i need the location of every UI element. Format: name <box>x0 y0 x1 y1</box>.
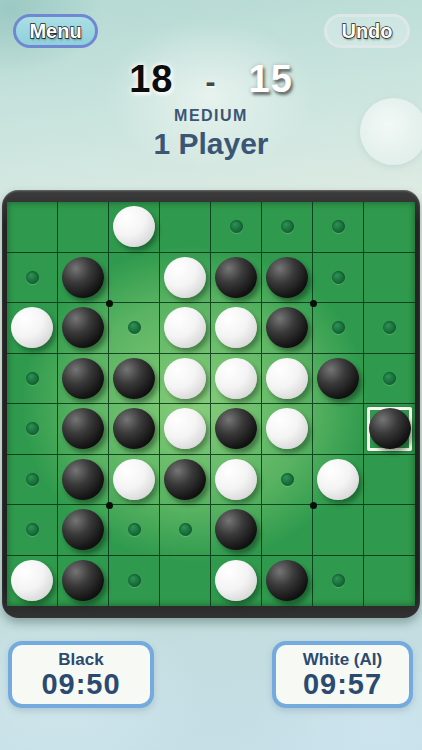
black-timer: Black 09:50 <box>8 641 154 708</box>
legal-move-dot <box>26 523 39 536</box>
legal-move-dot <box>230 220 243 233</box>
white-disc <box>164 307 206 348</box>
black-disc <box>266 257 308 298</box>
player-mode-label: 1 Player <box>0 127 422 161</box>
board-cell-h7[interactable] <box>364 505 415 556</box>
board-cell-b1[interactable] <box>58 202 109 253</box>
board-cell-a3[interactable] <box>7 303 58 354</box>
board-cell-f5[interactable] <box>262 404 313 455</box>
legal-move-dot <box>128 523 141 536</box>
white-disc <box>317 459 359 500</box>
white-disc <box>215 459 257 500</box>
black-disc <box>215 257 257 298</box>
board-cell-b4[interactable] <box>58 354 109 405</box>
board-cell-b7[interactable] <box>58 505 109 556</box>
black-disc <box>62 509 104 550</box>
black-disc <box>266 307 308 348</box>
black-disc <box>62 408 104 449</box>
white-disc <box>11 307 53 348</box>
board-cell-e6[interactable] <box>211 455 262 506</box>
board-cell-c1[interactable] <box>109 202 160 253</box>
board-cell-h8[interactable] <box>364 556 415 607</box>
white-disc <box>11 560 53 601</box>
board-star-dot <box>310 502 317 509</box>
legal-move-dot <box>281 473 294 486</box>
board-cell-d6[interactable] <box>160 455 211 506</box>
board-cell-c4[interactable] <box>109 354 160 405</box>
board-frame <box>2 190 420 618</box>
legal-move-dot <box>332 574 345 587</box>
board-cell-g7[interactable] <box>313 505 364 556</box>
board-grid <box>7 202 415 606</box>
white-disc <box>164 257 206 298</box>
black-disc <box>266 560 308 601</box>
black-disc <box>215 509 257 550</box>
undo-button[interactable]: Undo <box>324 14 410 48</box>
board-cell-f4[interactable] <box>262 354 313 405</box>
black-disc <box>317 358 359 399</box>
legal-move-dot <box>179 523 192 536</box>
legal-move-dot <box>332 321 345 334</box>
white-score: 15 <box>249 58 293 101</box>
board-cell-c5[interactable] <box>109 404 160 455</box>
white-disc <box>215 307 257 348</box>
difficulty-label: MEDIUM <box>0 107 422 125</box>
board-cell-a8[interactable] <box>7 556 58 607</box>
board-cell-d5[interactable] <box>160 404 211 455</box>
white-disc <box>215 358 257 399</box>
white-disc <box>113 206 155 247</box>
white-timer: White (AI) 09:57 <box>272 641 413 708</box>
board-cell-c7[interactable] <box>109 505 160 556</box>
legal-move-dot <box>281 220 294 233</box>
board-cell-h4[interactable] <box>364 354 415 405</box>
black-disc <box>369 408 411 449</box>
board-cell-b5[interactable] <box>58 404 109 455</box>
board-cell-f1[interactable] <box>262 202 313 253</box>
score-separator: - <box>206 65 217 99</box>
board-cell-e7[interactable] <box>211 505 262 556</box>
board-cell-a5[interactable] <box>7 404 58 455</box>
board-cell-b2[interactable] <box>58 253 109 304</box>
white-disc <box>164 358 206 399</box>
black-timer-time: 09:50 <box>41 669 120 699</box>
white-timer-label: White (AI) <box>303 650 382 669</box>
black-disc <box>215 408 257 449</box>
legal-move-dot <box>332 220 345 233</box>
board-cell-f8[interactable] <box>262 556 313 607</box>
board-star-dot <box>310 300 317 307</box>
board-star-dot <box>106 300 113 307</box>
legal-move-dot <box>128 574 141 587</box>
board-cell-e1[interactable] <box>211 202 262 253</box>
board-cell-b6[interactable] <box>58 455 109 506</box>
board-cell-a2[interactable] <box>7 253 58 304</box>
board-cell-h3[interactable] <box>364 303 415 354</box>
black-disc <box>62 358 104 399</box>
black-score: 18 <box>129 58 173 101</box>
board-cell-d8[interactable] <box>160 556 211 607</box>
white-disc <box>266 358 308 399</box>
board-cell-b8[interactable] <box>58 556 109 607</box>
white-disc <box>164 408 206 449</box>
menu-button[interactable]: Menu <box>13 14 98 48</box>
legal-move-dot <box>26 372 39 385</box>
board-cell-h1[interactable] <box>364 202 415 253</box>
legal-move-dot <box>26 473 39 486</box>
board-cell-g1[interactable] <box>313 202 364 253</box>
othello-board <box>7 202 415 606</box>
board-cell-a6[interactable] <box>7 455 58 506</box>
board-cell-e2[interactable] <box>211 253 262 304</box>
board-cell-e4[interactable] <box>211 354 262 405</box>
legal-move-dot <box>383 321 396 334</box>
black-disc <box>113 358 155 399</box>
board-cell-d7[interactable] <box>160 505 211 556</box>
board-star-dot <box>106 502 113 509</box>
black-disc <box>62 459 104 500</box>
board-cell-e5[interactable] <box>211 404 262 455</box>
board-cell-g8[interactable] <box>313 556 364 607</box>
board-cell-g2[interactable] <box>313 253 364 304</box>
board-cell-a7[interactable] <box>7 505 58 556</box>
board-cell-h2[interactable] <box>364 253 415 304</box>
board-cell-f7[interactable] <box>262 505 313 556</box>
score-row: 18 - 15 <box>0 58 422 101</box>
board-cell-a1[interactable] <box>7 202 58 253</box>
board-cell-d2[interactable] <box>160 253 211 304</box>
board-cell-e3[interactable] <box>211 303 262 354</box>
board-cell-g6[interactable] <box>313 455 364 506</box>
board-cell-e8[interactable] <box>211 556 262 607</box>
white-timer-time: 09:57 <box>303 669 382 699</box>
board-cell-g4[interactable] <box>313 354 364 405</box>
board-cell-a4[interactable] <box>7 354 58 405</box>
board-cell-f2[interactable] <box>262 253 313 304</box>
board-cell-h6[interactable] <box>364 455 415 506</box>
board-cell-d4[interactable] <box>160 354 211 405</box>
board-cell-c3[interactable] <box>109 303 160 354</box>
board-cell-c2[interactable] <box>109 253 160 304</box>
board-cell-f3[interactable] <box>262 303 313 354</box>
black-disc <box>62 257 104 298</box>
black-timer-label: Black <box>58 650 103 669</box>
board-cell-g3[interactable] <box>313 303 364 354</box>
legal-move-dot <box>383 372 396 385</box>
black-disc <box>62 560 104 601</box>
app-screen: Menu Undo 18 - 15 MEDIUM 1 Player Black … <box>0 0 422 750</box>
board-cell-d3[interactable] <box>160 303 211 354</box>
board-cell-h5[interactable] <box>364 404 415 455</box>
black-disc <box>164 459 206 500</box>
legal-move-dot <box>26 422 39 435</box>
board-cell-g5[interactable] <box>313 404 364 455</box>
white-disc <box>266 408 308 449</box>
board-cell-f6[interactable] <box>262 455 313 506</box>
legal-move-dot <box>332 271 345 284</box>
white-disc <box>113 459 155 500</box>
board-cell-c8[interactable] <box>109 556 160 607</box>
board-cell-d1[interactable] <box>160 202 211 253</box>
black-disc <box>113 408 155 449</box>
board-cell-b3[interactable] <box>58 303 109 354</box>
white-disc <box>215 560 257 601</box>
board-cell-c6[interactable] <box>109 455 160 506</box>
legal-move-dot <box>128 321 141 334</box>
legal-move-dot <box>26 271 39 284</box>
black-disc <box>62 307 104 348</box>
